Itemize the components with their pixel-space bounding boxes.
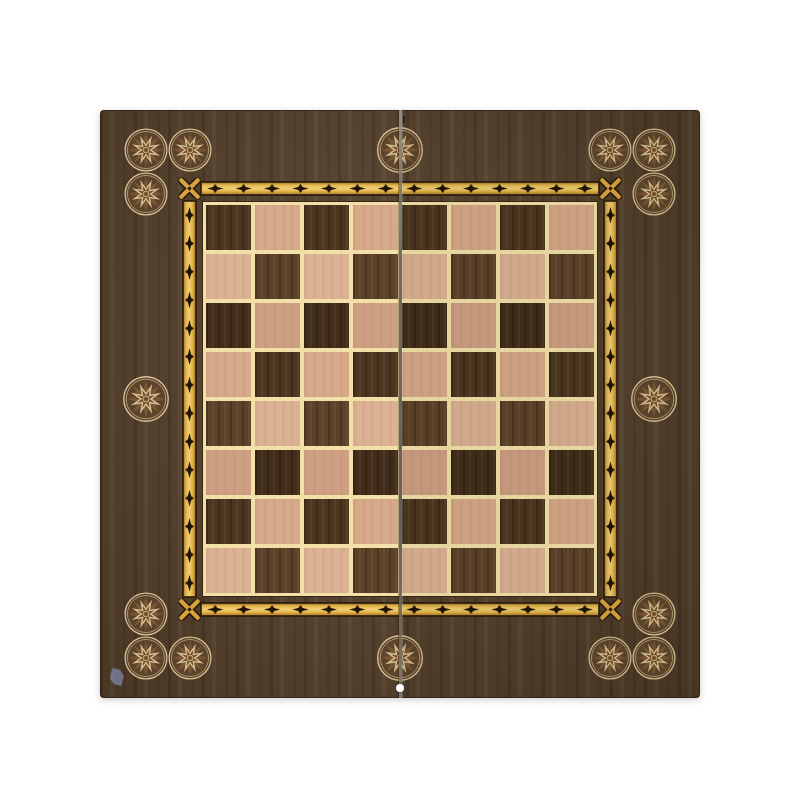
rosette-bottom-left-3 [169, 637, 211, 679]
square-a7 [206, 254, 251, 299]
square-g6 [500, 303, 545, 348]
square-f6 [451, 303, 496, 348]
square-g8 [500, 205, 545, 250]
hinge-pin-bottom [396, 684, 404, 692]
rosette-bottom-right-2 [633, 637, 675, 679]
square-d6 [353, 303, 398, 348]
square-a3 [206, 450, 251, 495]
square-h3 [549, 450, 594, 495]
square-h5 [549, 352, 594, 397]
square-e4 [402, 401, 447, 446]
square-g2 [500, 499, 545, 544]
square-g1 [500, 548, 545, 593]
square-f2 [451, 499, 496, 544]
rosette-bottom-left-2 [125, 637, 167, 679]
square-f4 [451, 401, 496, 446]
square-d5 [353, 352, 398, 397]
square-c5 [304, 352, 349, 397]
square-e8 [402, 205, 447, 250]
square-a1 [206, 548, 251, 593]
corner-x-bottom-left [181, 601, 198, 618]
square-h7 [549, 254, 594, 299]
rosette-top-right-1 [589, 129, 631, 171]
square-c2 [304, 499, 349, 544]
rosette-bottom-left-1 [125, 593, 167, 635]
square-e5 [402, 352, 447, 397]
square-h8 [549, 205, 594, 250]
square-g3 [500, 450, 545, 495]
square-g7 [500, 254, 545, 299]
rosette-bottom-right-3 [589, 637, 631, 679]
square-d4 [353, 401, 398, 446]
square-a2 [206, 499, 251, 544]
square-e7 [402, 254, 447, 299]
square-f5 [451, 352, 496, 397]
hinge-pin-top [403, 116, 405, 123]
square-c7 [304, 254, 349, 299]
square-e6 [402, 303, 447, 348]
square-b2 [255, 499, 300, 544]
rosette-top-left-1 [125, 129, 167, 171]
square-e3 [402, 450, 447, 495]
square-h4 [549, 401, 594, 446]
corner-x-top-left [181, 180, 198, 197]
square-f8 [451, 205, 496, 250]
square-g5 [500, 352, 545, 397]
square-c6 [304, 303, 349, 348]
square-a6 [206, 303, 251, 348]
square-c3 [304, 450, 349, 495]
square-f1 [451, 548, 496, 593]
square-a4 [206, 401, 251, 446]
square-a8 [206, 205, 251, 250]
rosette-top-right-2 [633, 129, 675, 171]
product-photo [0, 0, 800, 800]
rosette-top-left-2 [169, 129, 211, 171]
square-h6 [549, 303, 594, 348]
square-d1 [353, 548, 398, 593]
square-c8 [304, 205, 349, 250]
square-d7 [353, 254, 398, 299]
square-a5 [206, 352, 251, 397]
rosette-top-left-3 [125, 173, 167, 215]
rosette-top-right-3 [633, 173, 675, 215]
square-e2 [402, 499, 447, 544]
square-b7 [255, 254, 300, 299]
square-c1 [304, 548, 349, 593]
corner-x-top-right [602, 180, 619, 197]
square-f3 [451, 450, 496, 495]
square-c4 [304, 401, 349, 446]
rosette-bottom-right-1 [633, 593, 675, 635]
square-b3 [255, 450, 300, 495]
fold-seam [399, 110, 402, 698]
square-d2 [353, 499, 398, 544]
square-d3 [353, 450, 398, 495]
corner-x-bottom-right [602, 601, 619, 618]
square-b5 [255, 352, 300, 397]
folding-chess-board [100, 110, 700, 698]
square-e1 [402, 548, 447, 593]
square-b4 [255, 401, 300, 446]
square-h2 [549, 499, 594, 544]
square-g4 [500, 401, 545, 446]
square-b6 [255, 303, 300, 348]
square-f7 [451, 254, 496, 299]
rosette-left-center [124, 377, 169, 422]
square-b1 [255, 548, 300, 593]
square-d8 [353, 205, 398, 250]
square-h1 [549, 548, 594, 593]
square-b8 [255, 205, 300, 250]
rosette-right-center [632, 377, 677, 422]
